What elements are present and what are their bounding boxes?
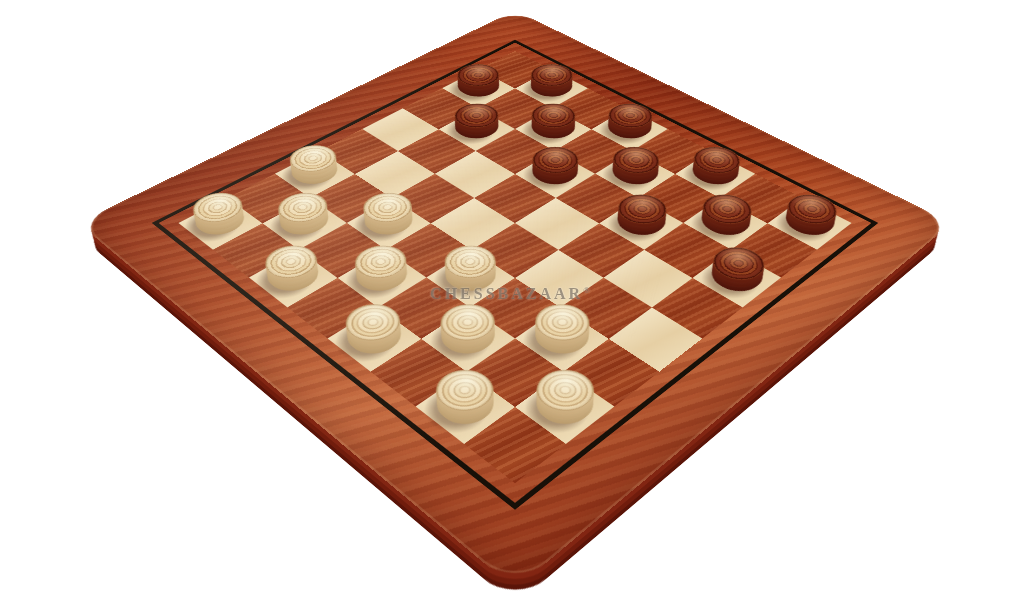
light-piece	[271, 203, 338, 244]
dark-piece	[776, 203, 843, 244]
dark-piece	[603, 155, 667, 192]
watermark: CHESSBAZAAR®	[430, 285, 590, 303]
watermark-text: CHESSBAZAAR	[430, 285, 583, 302]
page-background: { "game": "checkers (draughts)", "scene"…	[0, 0, 1024, 601]
dark-piece	[692, 203, 759, 244]
dark-piece	[608, 203, 675, 244]
registered-trademark-icon: ®	[583, 285, 590, 295]
board-grid	[178, 51, 851, 483]
